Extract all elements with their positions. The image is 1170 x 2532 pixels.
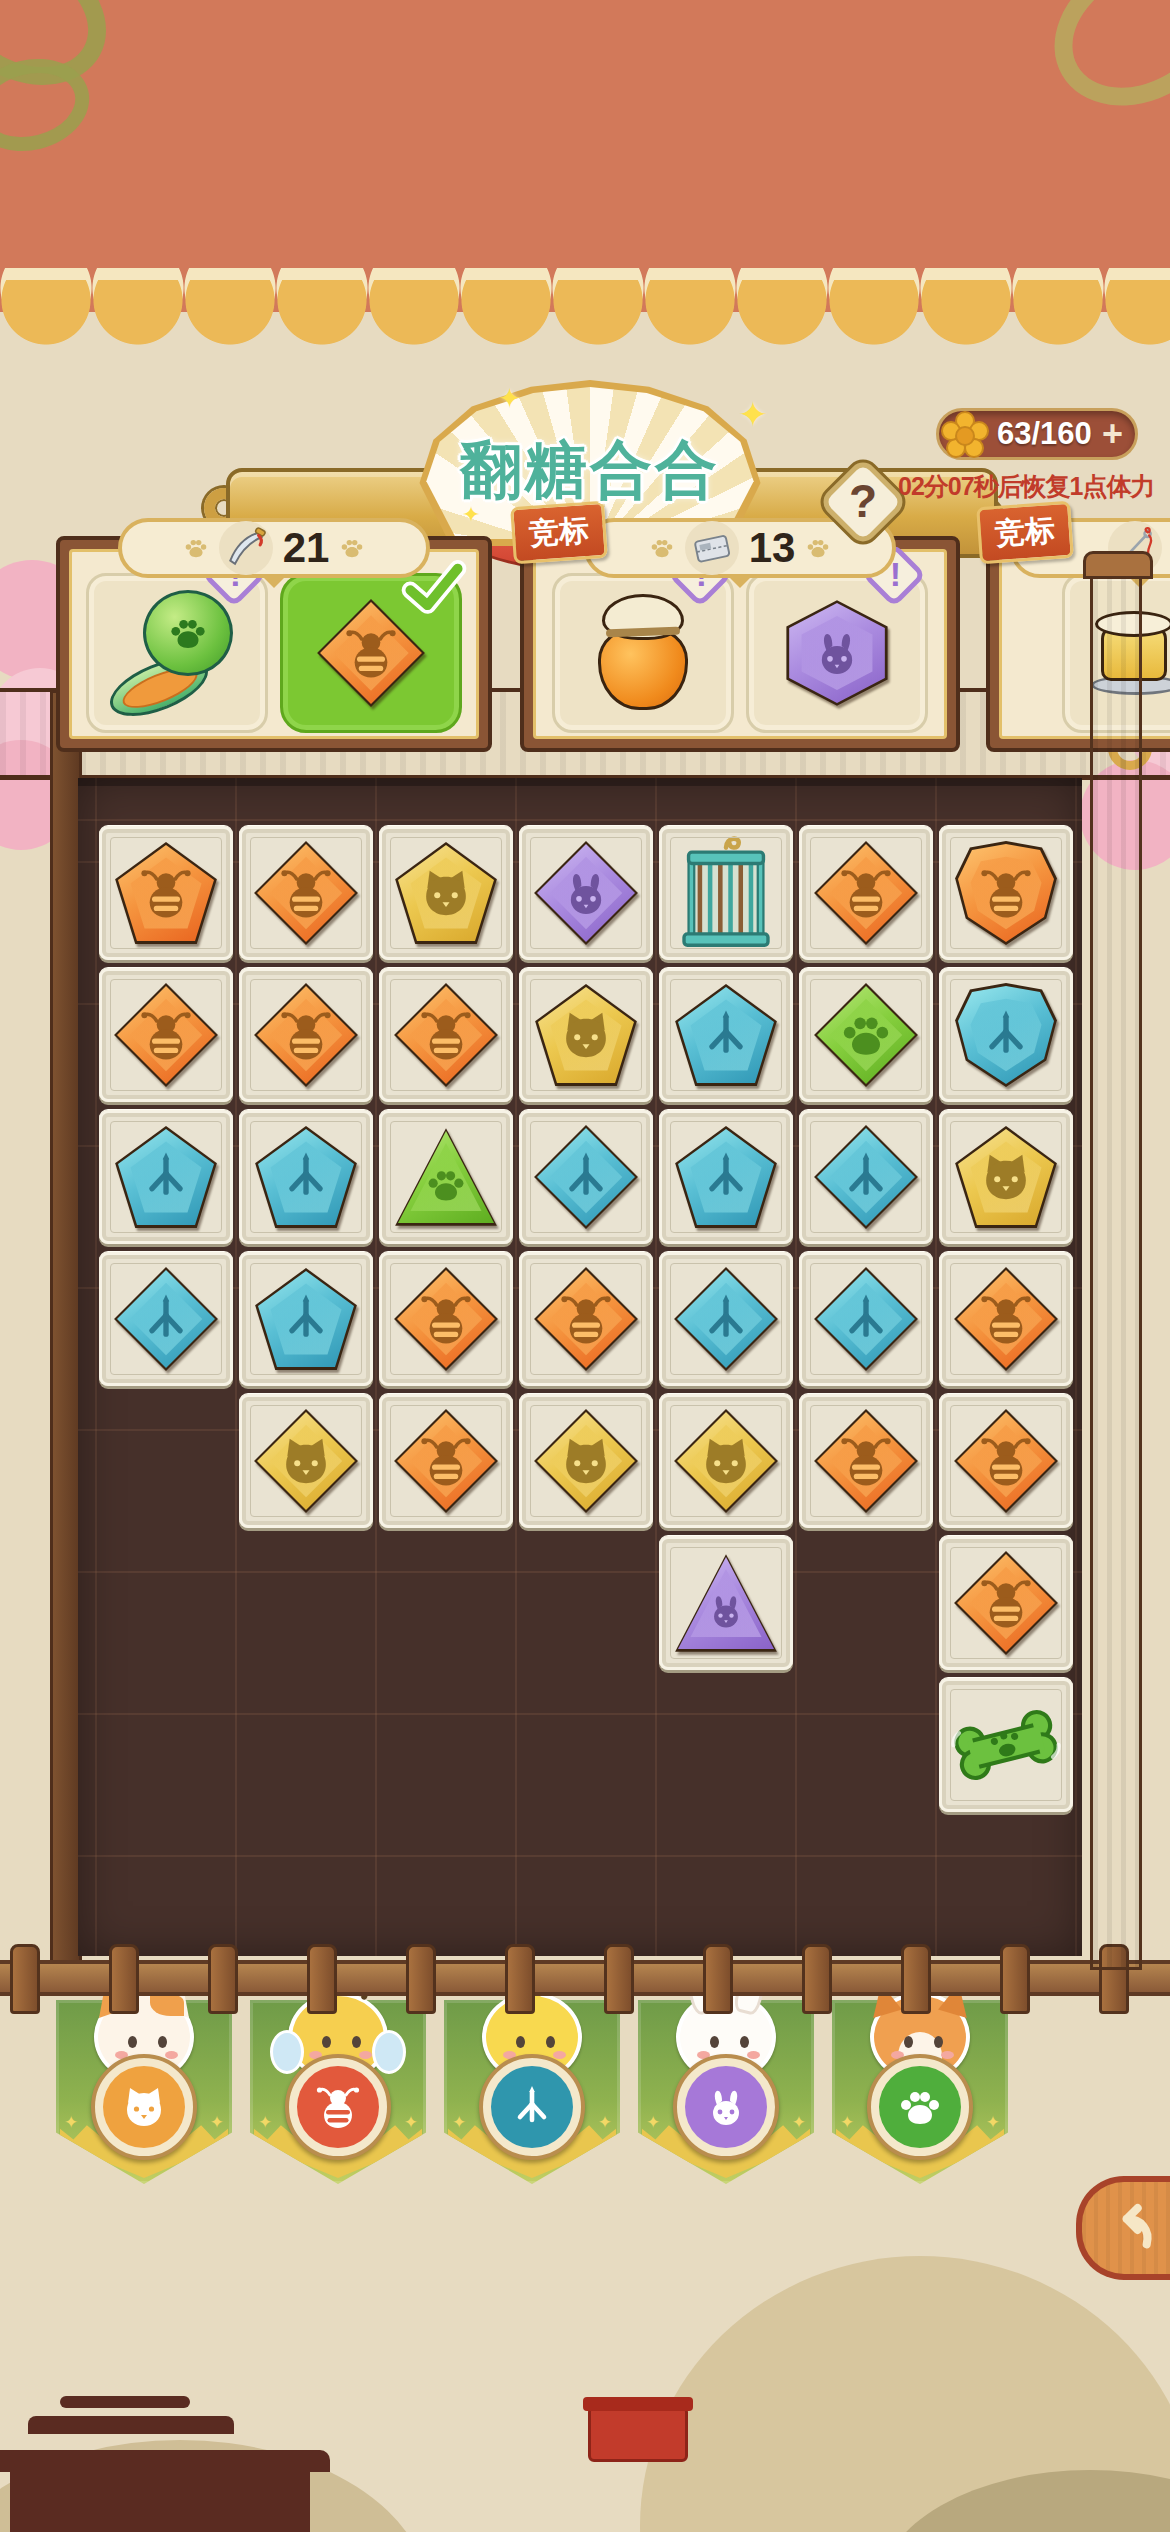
fence-post xyxy=(10,1944,40,2014)
birdfoot-icon xyxy=(278,1291,334,1347)
pentagon-shape xyxy=(256,1127,356,1227)
fence-post xyxy=(802,1944,832,2014)
question-mark-icon: ? xyxy=(818,474,908,528)
birdfoot-icon xyxy=(978,1007,1034,1063)
bee-wing xyxy=(270,2030,304,2074)
fence-post xyxy=(604,1944,634,2014)
tile-blue-birdfoot[interactable] xyxy=(659,1110,793,1244)
birdfoot-icon xyxy=(838,1291,894,1347)
tile-purple-rabbit xyxy=(785,601,889,705)
bee-icon xyxy=(418,1433,474,1489)
fence-post xyxy=(406,1944,436,2014)
cage-tile[interactable] xyxy=(659,826,793,960)
cat-icon xyxy=(418,865,474,921)
diamond-shape xyxy=(536,843,636,943)
tile-blue-birdfoot[interactable] xyxy=(799,1110,933,1244)
rabbit-icon xyxy=(558,865,614,921)
pagoda-silhouette xyxy=(0,2396,360,2532)
bee-icon xyxy=(978,1433,1034,1489)
help-button[interactable]: ? xyxy=(818,458,908,554)
collection-badge-cat[interactable]: ✦✦ xyxy=(56,1992,232,2188)
birdfoot-icon xyxy=(838,1149,894,1205)
diamond-shape xyxy=(116,1269,216,1369)
pentagon-shape xyxy=(116,1127,216,1227)
tile-orange-bee[interactable] xyxy=(939,826,1073,960)
paw-icon xyxy=(838,1007,894,1063)
tile-purple-rabbit[interactable] xyxy=(659,1536,793,1670)
shield-shape xyxy=(956,985,1056,1085)
sparkle-icon: ✦ xyxy=(498,382,521,415)
diamond-shape xyxy=(396,1411,496,1511)
paw-decoration-icon xyxy=(649,535,675,561)
cat-icon xyxy=(120,2083,168,2131)
bee-icon xyxy=(978,1575,1034,1631)
stamina-timer: 02分07秒后恢复1点体力 xyxy=(898,470,1170,503)
birdfoot-icon xyxy=(278,1149,334,1205)
pentagon-shape xyxy=(676,1127,776,1227)
bee-icon xyxy=(278,1007,334,1063)
tile-orange-bee[interactable] xyxy=(379,1252,513,1386)
cat-icon xyxy=(978,1149,1034,1205)
tile-orange-bee[interactable] xyxy=(379,968,513,1102)
pentagon-shape xyxy=(536,985,636,1085)
pentagon-shape xyxy=(256,1269,356,1369)
tile-yellow-cat[interactable] xyxy=(379,826,513,960)
cat-icon xyxy=(698,1433,754,1489)
order-slot-paw-ball[interactable]: ! xyxy=(86,573,268,733)
tile-yellow-cat[interactable] xyxy=(519,1394,653,1528)
diamond-shape xyxy=(319,601,423,705)
tile-orange-bee[interactable] xyxy=(239,968,373,1102)
fence-post xyxy=(307,1944,337,2014)
shrine-decoration xyxy=(588,2406,688,2462)
game-board xyxy=(78,778,1082,1956)
paw-decoration-icon xyxy=(339,535,365,561)
diamond-shape xyxy=(816,843,916,943)
bee-icon xyxy=(418,1007,474,1063)
rabbit-icon xyxy=(702,2083,750,2131)
bee-icon xyxy=(838,865,894,921)
order-slot-bee-completed[interactable] xyxy=(280,573,462,733)
tile-orange-bee[interactable] xyxy=(939,1536,1073,1670)
diamond-shape xyxy=(816,985,916,1085)
diamond-shape xyxy=(536,1411,636,1511)
tile-green-paw[interactable] xyxy=(379,1110,513,1244)
sparkle-icon: ✦ xyxy=(738,394,768,436)
tile-orange-bee[interactable] xyxy=(799,1394,933,1528)
rabbit-icon xyxy=(809,625,865,681)
triangle-shape xyxy=(396,1127,496,1227)
hexagon-shape xyxy=(785,601,889,705)
tile-purple-rabbit[interactable] xyxy=(519,826,653,960)
tile-yellow-cat[interactable] xyxy=(519,968,653,1102)
fence-post xyxy=(901,1944,931,2014)
collection-badge-bee[interactable]: ✦✦ xyxy=(250,1992,426,2188)
tile-blue-birdfoot[interactable] xyxy=(99,1110,233,1244)
tile-orange-bee[interactable] xyxy=(99,826,233,960)
tile-yellow-cat[interactable] xyxy=(939,1110,1073,1244)
pentagon-shape xyxy=(116,843,216,943)
back-button[interactable] xyxy=(1076,2176,1170,2280)
tile-orange-bee[interactable] xyxy=(939,1252,1073,1386)
collection-badge-chick[interactable]: ✦✦ xyxy=(444,1992,620,2188)
bee-icon xyxy=(978,1291,1034,1347)
shield-shape xyxy=(956,843,1056,943)
pentagon-shape xyxy=(676,985,776,1085)
bee-medal xyxy=(285,2054,391,2160)
dog-medal xyxy=(867,2054,973,2160)
paw-ball-toy xyxy=(107,586,247,720)
leaf-decoration xyxy=(1027,0,1170,136)
bee-icon xyxy=(978,865,1034,921)
order-panel-1[interactable]: 21 ! xyxy=(56,536,492,752)
diamond-shape xyxy=(536,1269,636,1369)
cat-icon xyxy=(558,1007,614,1063)
diamond-shape xyxy=(676,1269,776,1369)
diamond-shape xyxy=(816,1411,916,1511)
bee-icon xyxy=(138,865,194,921)
tile-orange-bee[interactable] xyxy=(99,968,233,1102)
stamina-value: 63/160 xyxy=(997,416,1092,452)
diamond-shape xyxy=(256,985,356,1085)
cat-medal xyxy=(91,2054,197,2160)
bone-toy-tile[interactable] xyxy=(939,1678,1073,1812)
birdfoot-icon xyxy=(698,1007,754,1063)
flower-icon xyxy=(937,408,993,464)
tile-blue-birdfoot[interactable] xyxy=(659,1252,793,1386)
back-arrow-icon xyxy=(1105,2199,1163,2257)
diamond-shape xyxy=(536,1127,636,1227)
fence-post xyxy=(1000,1944,1030,2014)
paw-icon xyxy=(424,1163,468,1207)
diamond-shape xyxy=(956,1553,1056,1653)
tile-blue-birdfoot[interactable] xyxy=(519,1110,653,1244)
fence-post xyxy=(703,1944,733,2014)
order-count: 13 xyxy=(749,524,796,572)
paw-icon xyxy=(167,612,209,654)
diamond-shape xyxy=(956,1411,1056,1511)
tile-orange-bee[interactable] xyxy=(379,1394,513,1528)
bee-icon xyxy=(314,2083,362,2131)
honey-jar xyxy=(593,594,693,712)
fence-post xyxy=(109,1944,139,2014)
diamond-shape xyxy=(956,1269,1056,1369)
tile-orange-bee[interactable] xyxy=(939,1394,1073,1528)
cat-icon xyxy=(558,1433,614,1489)
birdfoot-icon xyxy=(138,1291,194,1347)
sparkle-icon: ✦ xyxy=(462,502,480,528)
tile-green-paw[interactable] xyxy=(799,968,933,1102)
tile-blue-birdfoot[interactable] xyxy=(659,968,793,1102)
bid-tag: 竞标 xyxy=(976,501,1074,564)
ticket-icon xyxy=(685,521,739,575)
diamond-shape xyxy=(396,1269,496,1369)
bee-icon xyxy=(558,1291,614,1347)
pentagon-shape xyxy=(956,1127,1056,1227)
fence-post xyxy=(505,1944,535,2014)
bee-wing xyxy=(372,2030,406,2074)
triangle-shape xyxy=(676,1553,776,1653)
tile-yellow-cat[interactable] xyxy=(659,1394,793,1528)
chick-medal xyxy=(479,2054,585,2160)
birdfoot-icon xyxy=(508,2083,556,2131)
order-counter-banner: 21 xyxy=(118,518,430,578)
tile-blue-birdfoot[interactable] xyxy=(799,1252,933,1386)
tile-orange-bee[interactable] xyxy=(799,826,933,960)
order-panel-2[interactable]: 竞标 13 ! ! xyxy=(520,536,960,752)
birdfoot-icon xyxy=(138,1149,194,1205)
diamond-shape xyxy=(116,985,216,1085)
tile-yellow-cat[interactable] xyxy=(239,1394,373,1528)
bee-icon xyxy=(278,865,334,921)
tile-orange-bee[interactable] xyxy=(239,826,373,960)
rabbit-medal xyxy=(673,2054,779,2160)
tile-blue-birdfoot[interactable] xyxy=(939,968,1073,1102)
bee-icon xyxy=(418,1291,474,1347)
collection-badge-rabbit[interactable]: ✦✦ xyxy=(638,1992,814,2188)
game-screen: 翻糖合合 ✦ ✦ ✦ ? 63/160 + 02分07秒后恢复1点体力 21 ! xyxy=(0,0,1170,2532)
order-slot-rabbit-hexagon[interactable]: ! xyxy=(746,573,928,733)
diamond-shape xyxy=(816,1127,916,1227)
paw-icon xyxy=(896,2083,944,2131)
cat-icon xyxy=(278,1433,334,1489)
bee-icon xyxy=(838,1433,894,1489)
stamina-counter[interactable]: 63/160 + xyxy=(936,408,1138,460)
tile-orange-bee xyxy=(319,601,423,705)
top-banner-background xyxy=(0,0,1170,312)
tile-blue-birdfoot[interactable] xyxy=(239,1110,373,1244)
fence-rail xyxy=(0,1960,1170,1996)
diamond-shape xyxy=(256,1411,356,1511)
order-count: 21 xyxy=(283,524,330,572)
tile-blue-birdfoot[interactable] xyxy=(99,1252,233,1386)
birdfoot-icon xyxy=(558,1149,614,1205)
paw-decoration-icon xyxy=(183,535,209,561)
scallop-border xyxy=(0,280,1170,346)
dagger-icon xyxy=(219,521,273,575)
birdfoot-icon xyxy=(698,1149,754,1205)
page-title: 翻糖合合 xyxy=(416,428,764,512)
pentagon-shape xyxy=(396,843,496,943)
wood-post-right xyxy=(1090,574,1142,1970)
diamond-shape xyxy=(676,1411,776,1511)
fence-post xyxy=(208,1944,238,2014)
diamond-shape xyxy=(816,1269,916,1369)
diamond-shape xyxy=(396,985,496,1085)
tile-orange-bee[interactable] xyxy=(519,1252,653,1386)
collection-badge-dog[interactable]: ✦✦ xyxy=(832,1992,1008,2188)
tile-blue-birdfoot[interactable] xyxy=(239,1252,373,1386)
bee-icon xyxy=(138,1007,194,1063)
bee-icon xyxy=(343,625,399,681)
diamond-shape xyxy=(256,843,356,943)
birdfoot-icon xyxy=(698,1291,754,1347)
order-slot-honey-jar[interactable]: ! xyxy=(552,573,734,733)
rabbit-icon xyxy=(704,1589,748,1633)
